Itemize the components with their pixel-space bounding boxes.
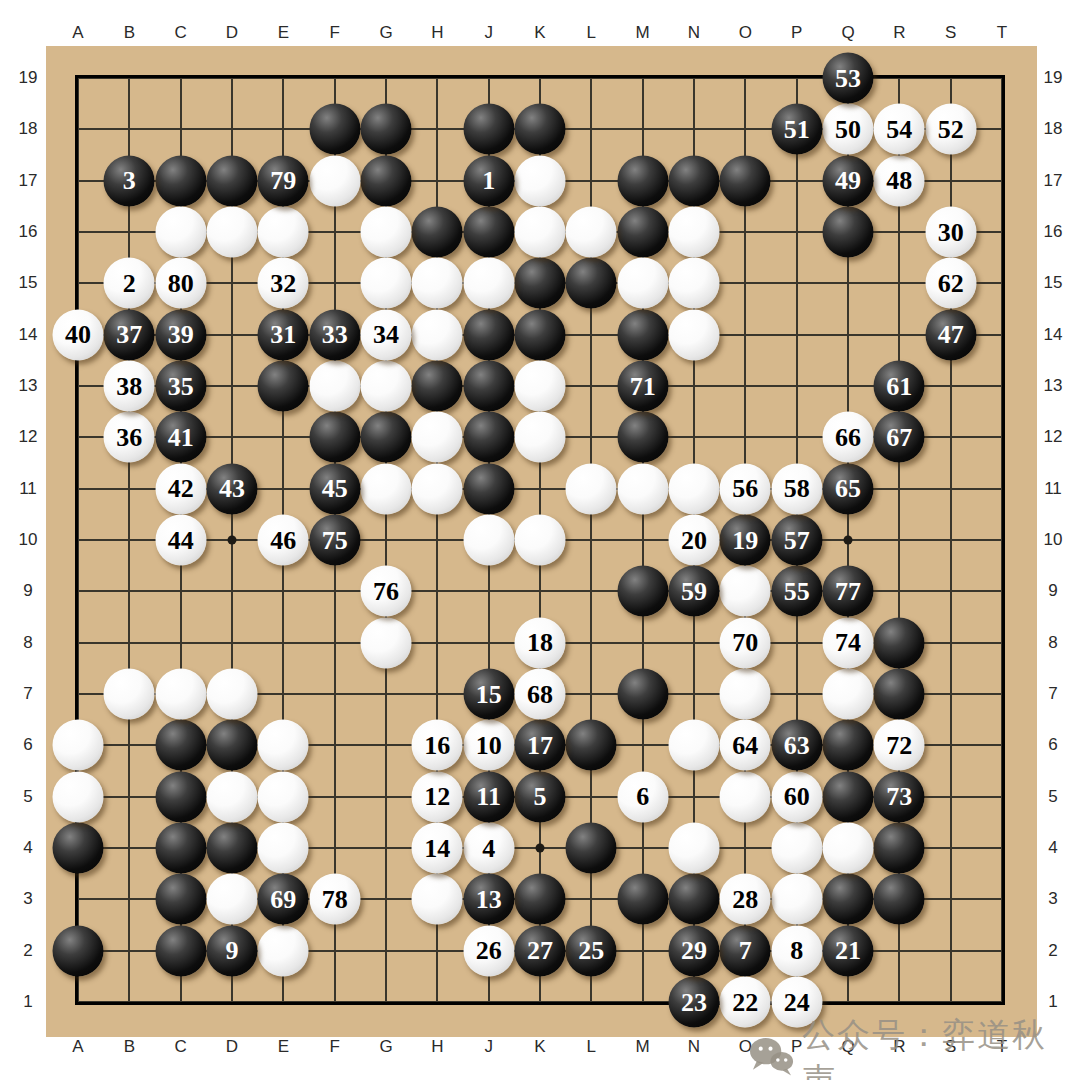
move-number: 12 <box>424 784 450 810</box>
move-number: 75 <box>322 527 348 553</box>
black-stone <box>309 412 360 463</box>
move-number: 30 <box>938 219 964 245</box>
black-stone <box>207 155 258 206</box>
black-stone <box>515 874 566 925</box>
move-number: 46 <box>270 527 296 553</box>
white-stone: 74 <box>823 617 874 668</box>
black-stone <box>874 669 925 720</box>
row-label-right: 14 <box>1044 325 1063 345</box>
white-stone: 40 <box>53 309 104 360</box>
move-number: 37 <box>116 322 142 348</box>
black-stone: 49 <box>823 155 874 206</box>
row-label-right: 5 <box>1048 787 1057 807</box>
black-stone: 11 <box>463 771 514 822</box>
row-label-left: 10 <box>19 530 38 550</box>
white-stone: 46 <box>258 515 309 566</box>
white-stone: 12 <box>412 771 463 822</box>
row-label-left: 19 <box>19 68 38 88</box>
move-number: 80 <box>168 270 194 296</box>
move-number: 39 <box>168 322 194 348</box>
white-stone: 72 <box>874 720 925 771</box>
go-diagram-page: 1234567891011121314151617181920212223242… <box>0 0 1080 1080</box>
white-stone <box>617 258 668 309</box>
row-label-left: 7 <box>23 684 32 704</box>
move-number: 27 <box>527 938 553 964</box>
white-stone: 66 <box>823 412 874 463</box>
move-number: 19 <box>732 527 758 553</box>
move-number: 21 <box>835 938 861 964</box>
black-stone <box>566 823 617 874</box>
black-stone <box>617 207 668 258</box>
black-stone: 47 <box>925 309 976 360</box>
move-number: 61 <box>886 373 912 399</box>
move-number: 40 <box>65 322 91 348</box>
column-label-bottom: F <box>329 1037 339 1057</box>
white-stone <box>566 463 617 514</box>
move-number: 14 <box>424 835 450 861</box>
white-stone <box>412 463 463 514</box>
row-label-left: 3 <box>23 889 32 909</box>
move-number: 32 <box>270 270 296 296</box>
column-label-top: B <box>124 23 135 43</box>
move-number: 70 <box>732 630 758 656</box>
white-stone: 4 <box>463 823 514 874</box>
white-stone: 36 <box>104 412 155 463</box>
move-number: 29 <box>681 938 707 964</box>
move-number: 42 <box>168 476 194 502</box>
black-stone: 13 <box>463 874 514 925</box>
black-stone: 31 <box>258 309 309 360</box>
black-stone: 39 <box>155 309 206 360</box>
black-stone <box>155 720 206 771</box>
row-label-left: 17 <box>19 171 38 191</box>
white-stone: 14 <box>412 823 463 874</box>
move-number: 8 <box>790 938 803 964</box>
white-stone <box>463 515 514 566</box>
black-stone <box>566 720 617 771</box>
white-stone: 38 <box>104 361 155 412</box>
column-label-top: S <box>945 23 956 43</box>
black-stone: 19 <box>720 515 771 566</box>
row-label-left: 18 <box>19 119 38 139</box>
black-stone <box>53 925 104 976</box>
black-stone <box>874 874 925 925</box>
white-stone: 80 <box>155 258 206 309</box>
move-number: 18 <box>527 630 553 656</box>
white-stone: 28 <box>720 874 771 925</box>
black-stone: 53 <box>823 53 874 104</box>
black-stone: 65 <box>823 463 874 514</box>
row-label-right: 18 <box>1044 119 1063 139</box>
column-label-bottom: G <box>379 1037 392 1057</box>
column-label-top: O <box>739 23 752 43</box>
white-stone <box>771 823 822 874</box>
white-stone <box>412 309 463 360</box>
white-stone <box>207 874 258 925</box>
column-label-top: N <box>688 23 700 43</box>
move-number: 22 <box>732 989 758 1015</box>
row-label-left: 2 <box>23 941 32 961</box>
black-stone: 29 <box>669 925 720 976</box>
white-stone <box>309 155 360 206</box>
white-stone: 2 <box>104 258 155 309</box>
star-point <box>844 536 853 545</box>
white-stone <box>515 155 566 206</box>
black-stone <box>874 823 925 874</box>
black-stone <box>823 207 874 258</box>
white-stone <box>207 207 258 258</box>
white-stone: 30 <box>925 207 976 258</box>
move-number: 57 <box>784 527 810 553</box>
column-label-bottom: N <box>688 1037 700 1057</box>
column-label-top: R <box>893 23 905 43</box>
column-label-bottom: L <box>587 1037 596 1057</box>
move-number: 63 <box>784 732 810 758</box>
black-stone: 15 <box>463 669 514 720</box>
row-label-right: 16 <box>1044 222 1063 242</box>
white-stone: 56 <box>720 463 771 514</box>
black-stone: 79 <box>258 155 309 206</box>
move-number: 72 <box>886 732 912 758</box>
move-number: 56 <box>732 476 758 502</box>
black-stone <box>515 309 566 360</box>
white-stone: 60 <box>771 771 822 822</box>
white-stone <box>515 207 566 258</box>
white-stone <box>771 874 822 925</box>
row-label-right: 17 <box>1044 171 1063 191</box>
white-stone <box>258 925 309 976</box>
column-label-top: G <box>379 23 392 43</box>
white-stone: 20 <box>669 515 720 566</box>
move-number: 74 <box>835 630 861 656</box>
black-stone <box>258 361 309 412</box>
row-label-right: 6 <box>1048 735 1057 755</box>
black-stone <box>155 823 206 874</box>
white-stone <box>207 771 258 822</box>
move-number: 62 <box>938 270 964 296</box>
star-point <box>536 844 545 853</box>
white-stone: 50 <box>823 104 874 155</box>
black-stone: 77 <box>823 566 874 617</box>
column-label-top: T <box>997 23 1007 43</box>
white-stone <box>361 207 412 258</box>
black-stone: 27 <box>515 925 566 976</box>
column-label-top: H <box>431 23 443 43</box>
black-stone <box>617 669 668 720</box>
move-number: 23 <box>681 989 707 1015</box>
white-stone: 62 <box>925 258 976 309</box>
white-stone <box>412 258 463 309</box>
row-label-right: 7 <box>1048 684 1057 704</box>
row-label-right: 12 <box>1044 427 1063 447</box>
black-stone <box>617 412 668 463</box>
move-number: 25 <box>578 938 604 964</box>
black-stone <box>463 309 514 360</box>
move-number: 36 <box>116 424 142 450</box>
move-number: 59 <box>681 578 707 604</box>
white-stone: 16 <box>412 720 463 771</box>
column-label-top: J <box>484 23 493 43</box>
row-label-right: 15 <box>1044 273 1063 293</box>
black-stone <box>823 771 874 822</box>
white-stone <box>515 361 566 412</box>
black-stone <box>207 720 258 771</box>
black-stone <box>463 361 514 412</box>
row-label-left: 1 <box>23 992 32 1012</box>
black-stone: 37 <box>104 309 155 360</box>
white-stone <box>720 771 771 822</box>
row-label-left: 8 <box>23 633 32 653</box>
white-stone <box>720 566 771 617</box>
white-stone <box>823 669 874 720</box>
black-stone <box>309 104 360 155</box>
move-number: 5 <box>534 784 547 810</box>
white-stone <box>669 309 720 360</box>
move-number: 11 <box>476 784 501 810</box>
black-stone: 61 <box>874 361 925 412</box>
move-number: 47 <box>938 322 964 348</box>
move-number: 65 <box>835 476 861 502</box>
black-stone: 75 <box>309 515 360 566</box>
move-number: 28 <box>732 886 758 912</box>
white-stone <box>617 463 668 514</box>
white-stone <box>258 771 309 822</box>
white-stone <box>361 463 412 514</box>
black-stone: 1 <box>463 155 514 206</box>
white-stone <box>53 771 104 822</box>
row-label-right: 13 <box>1044 376 1063 396</box>
row-label-left: 15 <box>19 273 38 293</box>
move-number: 4 <box>482 835 495 861</box>
black-stone: 17 <box>515 720 566 771</box>
white-stone: 42 <box>155 463 206 514</box>
row-label-right: 19 <box>1044 68 1063 88</box>
move-number: 73 <box>886 784 912 810</box>
move-number: 68 <box>527 681 553 707</box>
black-stone: 51 <box>771 104 822 155</box>
column-label-bottom: J <box>484 1037 493 1057</box>
white-stone: 58 <box>771 463 822 514</box>
move-number: 9 <box>226 938 239 964</box>
black-stone <box>463 463 514 514</box>
white-stone <box>207 669 258 720</box>
white-stone <box>361 617 412 668</box>
move-number: 15 <box>476 681 502 707</box>
black-stone <box>823 874 874 925</box>
move-number: 76 <box>373 578 399 604</box>
move-number: 60 <box>784 784 810 810</box>
row-label-left: 16 <box>19 222 38 242</box>
row-label-left: 9 <box>23 581 32 601</box>
white-stone: 8 <box>771 925 822 976</box>
move-number: 45 <box>322 476 348 502</box>
black-stone: 59 <box>669 566 720 617</box>
row-label-left: 12 <box>19 427 38 447</box>
move-number: 16 <box>424 732 450 758</box>
white-stone <box>669 258 720 309</box>
row-label-right: 1 <box>1048 992 1057 1012</box>
move-number: 20 <box>681 527 707 553</box>
white-stone <box>258 207 309 258</box>
move-number: 66 <box>835 424 861 450</box>
black-stone <box>463 412 514 463</box>
move-number: 48 <box>886 168 912 194</box>
black-stone: 23 <box>669 977 720 1028</box>
black-stone: 7 <box>720 925 771 976</box>
column-label-bottom: K <box>534 1037 545 1057</box>
black-stone: 33 <box>309 309 360 360</box>
black-stone: 21 <box>823 925 874 976</box>
row-label-right: 4 <box>1048 838 1057 858</box>
column-label-top: Q <box>841 23 854 43</box>
star-point <box>228 536 237 545</box>
wechat-icon <box>748 1035 795 1080</box>
column-label-bottom: D <box>226 1037 238 1057</box>
move-number: 1 <box>482 168 495 194</box>
move-number: 31 <box>270 322 296 348</box>
move-number: 2 <box>123 270 136 296</box>
move-number: 58 <box>784 476 810 502</box>
move-number: 69 <box>270 886 296 912</box>
row-label-left: 13 <box>19 376 38 396</box>
move-number: 3 <box>123 168 136 194</box>
black-stone <box>669 874 720 925</box>
row-label-left: 5 <box>23 787 32 807</box>
white-stone <box>155 207 206 258</box>
column-label-top: P <box>791 23 802 43</box>
column-label-bottom: M <box>636 1037 650 1057</box>
black-stone <box>515 258 566 309</box>
column-label-bottom: H <box>431 1037 443 1057</box>
move-number: 13 <box>476 886 502 912</box>
black-stone: 3 <box>104 155 155 206</box>
black-stone <box>361 104 412 155</box>
black-stone: 45 <box>309 463 360 514</box>
white-stone <box>515 412 566 463</box>
move-number: 10 <box>476 732 502 758</box>
row-label-left: 14 <box>19 325 38 345</box>
move-number: 41 <box>168 424 194 450</box>
black-stone: 25 <box>566 925 617 976</box>
column-label-bottom: B <box>124 1037 135 1057</box>
black-stone <box>361 155 412 206</box>
move-number: 53 <box>835 65 861 91</box>
column-label-top: L <box>587 23 596 43</box>
white-stone <box>412 412 463 463</box>
white-stone: 32 <box>258 258 309 309</box>
white-stone <box>823 823 874 874</box>
white-stone: 18 <box>515 617 566 668</box>
row-label-left: 11 <box>19 479 37 499</box>
move-number: 55 <box>784 578 810 604</box>
move-number: 67 <box>886 424 912 450</box>
white-stone <box>258 823 309 874</box>
black-stone <box>566 258 617 309</box>
column-label-bottom: A <box>72 1037 83 1057</box>
move-number: 7 <box>739 938 752 964</box>
white-stone: 70 <box>720 617 771 668</box>
column-label-top: D <box>226 23 238 43</box>
black-stone <box>463 104 514 155</box>
white-stone <box>412 874 463 925</box>
white-stone <box>361 258 412 309</box>
column-label-top: A <box>72 23 83 43</box>
white-stone <box>669 823 720 874</box>
move-number: 54 <box>886 116 912 142</box>
black-stone <box>155 771 206 822</box>
move-number: 77 <box>835 578 861 604</box>
move-number: 43 <box>219 476 245 502</box>
black-stone <box>155 155 206 206</box>
white-stone: 52 <box>925 104 976 155</box>
row-label-right: 3 <box>1048 889 1057 909</box>
move-number: 50 <box>835 116 861 142</box>
white-stone <box>361 361 412 412</box>
column-label-top: E <box>278 23 289 43</box>
white-stone: 64 <box>720 720 771 771</box>
watermark-caption: 公众号：弈道秋声 <box>748 1013 1080 1080</box>
white-stone <box>515 515 566 566</box>
white-stone <box>155 669 206 720</box>
move-number: 38 <box>116 373 142 399</box>
white-stone <box>566 207 617 258</box>
black-stone <box>155 925 206 976</box>
black-stone <box>823 720 874 771</box>
black-stone <box>361 412 412 463</box>
black-stone: 35 <box>155 361 206 412</box>
black-stone <box>207 823 258 874</box>
black-stone: 55 <box>771 566 822 617</box>
black-stone <box>617 566 668 617</box>
row-label-right: 10 <box>1044 530 1063 550</box>
white-stone: 68 <box>515 669 566 720</box>
black-stone <box>669 155 720 206</box>
white-stone <box>669 720 720 771</box>
move-number: 24 <box>784 989 810 1015</box>
white-stone: 44 <box>155 515 206 566</box>
move-number: 35 <box>168 373 194 399</box>
row-label-right: 8 <box>1048 633 1057 653</box>
white-stone: 48 <box>874 155 925 206</box>
black-stone: 5 <box>515 771 566 822</box>
row-label-left: 4 <box>23 838 32 858</box>
row-label-left: 6 <box>23 735 32 755</box>
move-number: 17 <box>527 732 553 758</box>
black-stone: 73 <box>874 771 925 822</box>
white-stone <box>104 669 155 720</box>
move-number: 52 <box>938 116 964 142</box>
black-stone: 69 <box>258 874 309 925</box>
white-stone: 10 <box>463 720 514 771</box>
column-label-top: C <box>175 23 187 43</box>
white-stone: 6 <box>617 771 668 822</box>
move-number: 79 <box>270 168 296 194</box>
black-stone: 67 <box>874 412 925 463</box>
move-number: 71 <box>630 373 656 399</box>
column-label-top: F <box>329 23 339 43</box>
move-number: 49 <box>835 168 861 194</box>
white-stone <box>720 669 771 720</box>
white-stone: 34 <box>361 309 412 360</box>
white-stone <box>258 720 309 771</box>
move-number: 6 <box>636 784 649 810</box>
black-stone <box>617 874 668 925</box>
watermark-text: 公众号：弈道秋声 <box>802 1013 1080 1080</box>
black-stone <box>412 207 463 258</box>
move-number: 44 <box>168 527 194 553</box>
black-stone: 63 <box>771 720 822 771</box>
white-stone <box>463 258 514 309</box>
